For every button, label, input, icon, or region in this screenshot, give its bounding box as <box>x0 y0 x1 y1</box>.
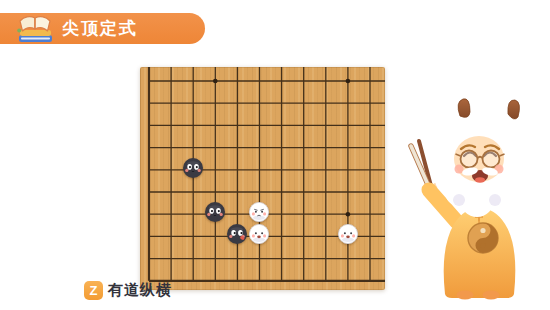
lesson-screen: 尖顶定式 <box>0 0 550 310</box>
brand: Z 有道纵横 <box>84 281 172 300</box>
lesson-title: 尖顶定式 <box>62 17 138 40</box>
stone-white-F3 <box>248 223 270 245</box>
brand-name: 有道纵横 <box>108 281 172 300</box>
stones-layer <box>138 68 381 290</box>
books-icon <box>16 14 54 44</box>
stone-white-K3 <box>337 223 359 245</box>
brand-logo-letter: Z <box>90 283 98 298</box>
stone-white-F4 <box>248 201 270 223</box>
header-bar: 尖顶定式 <box>0 13 205 44</box>
stone-black-D4 <box>204 201 226 223</box>
horn-icon <box>458 99 470 118</box>
yin-yang-icon <box>468 223 498 253</box>
stone-black-E3 <box>226 223 248 245</box>
stone-black-C6 <box>182 157 204 179</box>
go-master-mascot <box>407 96 543 300</box>
go-board[interactable] <box>140 67 385 290</box>
brand-logo-icon: Z <box>84 281 103 300</box>
